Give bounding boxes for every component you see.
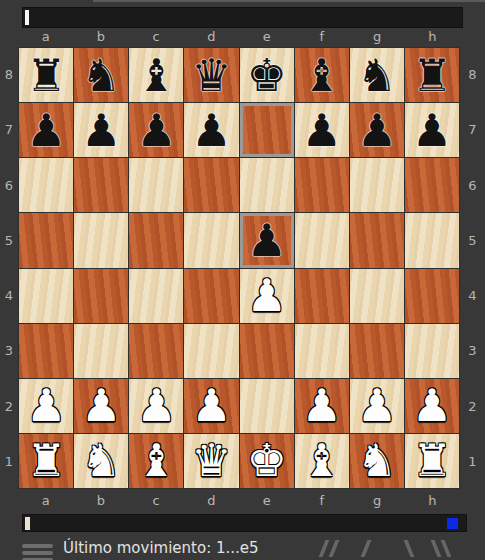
square-h5[interactable] (405, 213, 459, 267)
piece-white-pawn[interactable]: ♟ (302, 383, 342, 428)
square-c7[interactable]: ♟ (129, 103, 183, 157)
square-e4[interactable]: ♟ (240, 269, 294, 323)
file-label-e: e (239, 493, 294, 509)
chess-app: abcdefgh 87654321 ♜♞♝♛♚♝♞♜♟♟♟♟♟♟♟♟♟♟♟♟♟♟… (0, 0, 485, 560)
square-a8[interactable]: ♜ (19, 48, 73, 102)
square-e3[interactable] (240, 324, 294, 378)
square-f4[interactable] (295, 269, 349, 323)
top-divider (93, 0, 485, 2)
square-f3[interactable] (295, 324, 349, 378)
square-f5[interactable] (295, 213, 349, 267)
file-label-g: g (350, 493, 405, 509)
next-move-icon[interactable] (407, 540, 421, 558)
square-e2[interactable] (240, 379, 294, 433)
square-d1[interactable]: ♛ (184, 434, 238, 488)
rank-label-7: 7 (460, 102, 485, 157)
square-a2[interactable]: ♟ (19, 379, 73, 433)
rank-label-2: 2 (0, 379, 18, 434)
piece-black-pawn[interactable]: ♟ (136, 108, 176, 153)
file-label-a: a (18, 29, 73, 45)
piece-black-knight[interactable]: ♞ (357, 53, 397, 98)
file-label-c: c (129, 493, 184, 509)
piece-white-pawn[interactable]: ♟ (246, 273, 286, 318)
square-e8[interactable]: ♚ (240, 48, 294, 102)
square-f7[interactable]: ♟ (295, 103, 349, 157)
square-d8[interactable]: ♛ (184, 48, 238, 102)
rank-label-4: 4 (460, 268, 485, 323)
rank-label-6: 6 (460, 158, 485, 213)
file-label-g: g (350, 29, 405, 45)
square-g1[interactable]: ♞ (350, 434, 404, 488)
square-c1[interactable]: ♝ (129, 434, 183, 488)
file-label-b: b (73, 29, 128, 45)
piece-black-pawn[interactable]: ♟ (191, 108, 231, 153)
rank-label-5: 5 (460, 213, 485, 268)
piece-white-knight[interactable]: ♞ (81, 438, 121, 483)
next-game-icon[interactable] (434, 540, 458, 558)
square-h2[interactable]: ♟ (405, 379, 459, 433)
piece-white-queen[interactable]: ♛ (191, 438, 231, 483)
file-label-d: d (184, 29, 239, 45)
previous-game-icon[interactable] (322, 540, 342, 558)
square-e7[interactable] (240, 103, 294, 157)
square-d7[interactable]: ♟ (184, 103, 238, 157)
square-c4[interactable] (129, 269, 183, 323)
chess-board: ♜♞♝♛♚♝♞♜♟♟♟♟♟♟♟♟♟♟♟♟♟♟♟♟♜♞♝♛♚♝♞♜ (18, 47, 460, 489)
square-b7[interactable]: ♟ (74, 103, 128, 157)
square-d4[interactable] (184, 269, 238, 323)
last-move-label: Último movimiento: 1...e5 (63, 539, 259, 557)
square-g8[interactable]: ♞ (350, 48, 404, 102)
square-b3[interactable] (74, 324, 128, 378)
piece-black-bishop[interactable]: ♝ (136, 53, 176, 98)
square-d5[interactable] (184, 213, 238, 267)
file-label-e: e (239, 29, 294, 45)
file-labels-top: abcdefgh (18, 29, 460, 45)
piece-black-pawn[interactable]: ♟ (412, 108, 452, 153)
square-b2[interactable]: ♟ (74, 379, 128, 433)
piece-black-king[interactable]: ♚ (246, 53, 286, 98)
square-a4[interactable] (19, 269, 73, 323)
square-h1[interactable]: ♜ (405, 434, 459, 488)
piece-white-rook[interactable]: ♜ (26, 438, 66, 483)
status-bar: Último movimiento: 1...e5 (0, 536, 485, 560)
file-label-h: h (405, 29, 460, 45)
rank-label-6: 6 (0, 158, 18, 213)
square-h4[interactable] (405, 269, 459, 323)
rank-label-1: 1 (0, 434, 18, 489)
file-labels-bottom: abcdefgh (18, 493, 460, 509)
square-g5[interactable] (350, 213, 404, 267)
piece-white-bishop[interactable]: ♝ (136, 438, 176, 483)
square-b5[interactable] (74, 213, 128, 267)
bottom-move-scrollbar[interactable] (22, 514, 467, 532)
piece-white-knight[interactable]: ♞ (357, 438, 397, 483)
piece-white-pawn[interactable]: ♟ (81, 383, 121, 428)
square-h3[interactable] (405, 324, 459, 378)
rank-label-8: 8 (0, 47, 18, 102)
piece-white-rook[interactable]: ♜ (412, 438, 452, 483)
piece-white-king[interactable]: ♚ (246, 438, 286, 483)
piece-black-pawn[interactable]: ♟ (302, 108, 342, 153)
square-d3[interactable] (184, 324, 238, 378)
file-label-h: h (405, 493, 460, 509)
piece-black-pawn[interactable]: ♟ (81, 108, 121, 153)
rank-labels-right: 87654321 (460, 47, 485, 489)
square-b4[interactable] (74, 269, 128, 323)
square-a7[interactable]: ♟ (19, 103, 73, 157)
square-f2[interactable]: ♟ (295, 379, 349, 433)
square-c6[interactable] (129, 158, 183, 212)
square-e5[interactable]: ♟ (240, 213, 294, 267)
piece-white-pawn[interactable]: ♟ (136, 383, 176, 428)
square-g4[interactable] (350, 269, 404, 323)
piece-white-pawn[interactable]: ♟ (26, 383, 66, 428)
rank-label-2: 2 (460, 379, 485, 434)
square-g7[interactable]: ♟ (350, 103, 404, 157)
piece-white-pawn[interactable]: ♟ (412, 383, 452, 428)
top-scrollbar-cursor[interactable] (25, 10, 29, 25)
square-a1[interactable]: ♜ (19, 434, 73, 488)
piece-white-pawn[interactable]: ♟ (191, 383, 231, 428)
piece-white-pawn[interactable]: ♟ (357, 383, 397, 428)
rank-labels-left: 87654321 (0, 47, 18, 489)
piece-black-knight[interactable]: ♞ (81, 53, 121, 98)
square-f6[interactable] (295, 158, 349, 212)
square-d6[interactable] (184, 158, 238, 212)
square-b1[interactable]: ♞ (74, 434, 128, 488)
square-e1[interactable]: ♚ (240, 434, 294, 488)
square-a6[interactable] (19, 158, 73, 212)
square-g3[interactable] (350, 324, 404, 378)
bottom-scrollbar-cursor[interactable] (25, 517, 30, 530)
rank-label-5: 5 (0, 213, 18, 268)
square-g2[interactable]: ♟ (350, 379, 404, 433)
square-c2[interactable]: ♟ (129, 379, 183, 433)
square-f1[interactable]: ♝ (295, 434, 349, 488)
piece-black-pawn[interactable]: ♟ (357, 108, 397, 153)
rank-label-3: 3 (0, 323, 18, 378)
piece-black-rook[interactable]: ♜ (412, 53, 452, 98)
file-label-c: c (129, 29, 184, 45)
square-h6[interactable] (405, 158, 459, 212)
rank-label-4: 4 (0, 268, 18, 323)
square-f8[interactable]: ♝ (295, 48, 349, 102)
square-b6[interactable] (74, 158, 128, 212)
rank-label-3: 3 (460, 323, 485, 378)
piece-black-queen[interactable]: ♛ (191, 53, 231, 98)
square-a3[interactable] (19, 324, 73, 378)
square-a5[interactable] (19, 213, 73, 267)
piece-black-bishop[interactable]: ♝ (302, 53, 342, 98)
rank-label-7: 7 (0, 102, 18, 157)
file-label-f: f (294, 493, 349, 509)
rank-label-8: 8 (460, 47, 485, 102)
piece-black-pawn[interactable]: ♟ (246, 218, 286, 263)
rank-label-1: 1 (460, 434, 485, 489)
file-label-a: a (18, 493, 73, 509)
piece-black-pawn[interactable]: ♟ (26, 108, 66, 153)
square-e6[interactable] (240, 158, 294, 212)
square-h8[interactable]: ♜ (405, 48, 459, 102)
file-label-f: f (294, 29, 349, 45)
previous-move-icon[interactable] (364, 540, 378, 558)
piece-black-rook[interactable]: ♜ (26, 53, 66, 98)
blue-position-marker (447, 518, 458, 529)
square-h7[interactable]: ♟ (405, 103, 459, 157)
square-d2[interactable]: ♟ (184, 379, 238, 433)
file-label-b: b (73, 493, 128, 509)
file-label-d: d (184, 493, 239, 509)
square-b8[interactable]: ♞ (74, 48, 128, 102)
square-c8[interactable]: ♝ (129, 48, 183, 102)
top-move-scrollbar[interactable] (22, 7, 463, 28)
square-g6[interactable] (350, 158, 404, 212)
menu-icon[interactable] (22, 542, 53, 560)
square-c5[interactable] (129, 213, 183, 267)
piece-white-bishop[interactable]: ♝ (302, 438, 342, 483)
square-c3[interactable] (129, 324, 183, 378)
